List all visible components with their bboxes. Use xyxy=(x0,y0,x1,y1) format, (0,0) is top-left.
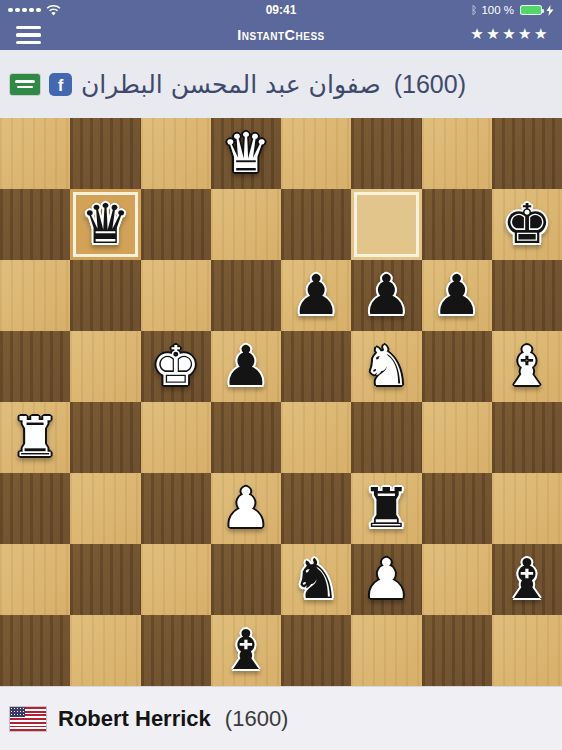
square-f5[interactable]: ♞ xyxy=(351,331,421,402)
app-title: InstantChess xyxy=(237,27,325,43)
square-b8[interactable] xyxy=(70,118,140,189)
square-e3[interactable] xyxy=(281,473,351,544)
black-pawn-f6[interactable]: ♟ xyxy=(362,260,411,331)
united-states-flag-icon xyxy=(10,707,46,731)
square-d7[interactable] xyxy=(211,189,281,260)
square-e2[interactable]: ♞ xyxy=(281,544,351,615)
instantchess-app: 09:41 ᛒ 100 % InstantChess ★★★★★ f صفوان… xyxy=(0,0,562,750)
player-name: Robert Herrick xyxy=(58,706,211,732)
square-b6[interactable] xyxy=(70,260,140,331)
square-c5[interactable]: ♚ xyxy=(141,331,211,402)
square-a4[interactable]: ♜ xyxy=(0,402,70,473)
square-g7[interactable] xyxy=(422,189,492,260)
status-bar: 09:41 ᛒ 100 % xyxy=(0,0,562,20)
square-a7[interactable] xyxy=(0,189,70,260)
opponent-rating: (1600) xyxy=(394,70,466,99)
black-king-h7[interactable]: ♚ xyxy=(502,189,551,260)
bluetooth-icon: ᛒ xyxy=(471,4,478,17)
square-a5[interactable] xyxy=(0,331,70,402)
square-d5[interactable]: ♟ xyxy=(211,331,281,402)
square-f6[interactable]: ♟ xyxy=(351,260,421,331)
white-pawn-d3[interactable]: ♟ xyxy=(221,473,270,544)
square-f7[interactable] xyxy=(351,189,421,260)
cell-signal-icon xyxy=(8,8,41,13)
square-g4[interactable] xyxy=(422,402,492,473)
square-e8[interactable] xyxy=(281,118,351,189)
white-rook-a4[interactable]: ♜ xyxy=(10,402,59,473)
square-h2[interactable]: ♝ xyxy=(492,544,562,615)
square-h7[interactable]: ♚ xyxy=(492,189,562,260)
square-h6[interactable] xyxy=(492,260,562,331)
square-b1[interactable] xyxy=(70,615,140,686)
square-h4[interactable] xyxy=(492,402,562,473)
square-e7[interactable] xyxy=(281,189,351,260)
player-rating: (1600) xyxy=(225,706,289,732)
square-h8[interactable] xyxy=(492,118,562,189)
facebook-icon[interactable]: f xyxy=(49,73,72,96)
black-queen-b7[interactable]: ♛ xyxy=(81,189,130,260)
square-d4[interactable] xyxy=(211,402,281,473)
black-pawn-e6[interactable]: ♟ xyxy=(291,260,340,331)
square-b2[interactable] xyxy=(70,544,140,615)
square-e5[interactable] xyxy=(281,331,351,402)
square-a1[interactable] xyxy=(0,615,70,686)
white-queen-d8[interactable]: ♛ xyxy=(221,118,270,189)
wifi-icon xyxy=(46,5,61,16)
square-b4[interactable] xyxy=(70,402,140,473)
square-h5[interactable]: ♝ xyxy=(492,331,562,402)
square-c2[interactable] xyxy=(141,544,211,615)
opponent-info-bar: f صفوان عبد المحسن البطران (1600) xyxy=(0,50,562,118)
square-f1[interactable] xyxy=(351,615,421,686)
white-king-c5[interactable]: ♚ xyxy=(151,331,200,402)
square-g3[interactable] xyxy=(422,473,492,544)
square-d1[interactable]: ♝ xyxy=(211,615,281,686)
white-bishop-h5[interactable]: ♝ xyxy=(502,331,551,402)
battery-percent-label: 100 % xyxy=(481,4,514,16)
opponent-name: صفوان عبد المحسن البطران xyxy=(81,70,381,99)
square-a6[interactable] xyxy=(0,260,70,331)
rating-stars-button[interactable]: ★★★★★ xyxy=(470,25,550,43)
square-c8[interactable] xyxy=(141,118,211,189)
square-d3[interactable]: ♟ xyxy=(211,473,281,544)
menu-button[interactable] xyxy=(16,26,41,45)
square-d6[interactable] xyxy=(211,260,281,331)
player-info-bar: Robert Herrick (1600) xyxy=(0,686,562,750)
black-rook-f3[interactable]: ♜ xyxy=(362,473,411,544)
white-knight-f5[interactable]: ♞ xyxy=(362,331,411,402)
nav-bar: InstantChess ★★★★★ xyxy=(0,20,562,50)
square-c7[interactable] xyxy=(141,189,211,260)
square-b7[interactable]: ♛ xyxy=(70,189,140,260)
square-g1[interactable] xyxy=(422,615,492,686)
square-c3[interactable] xyxy=(141,473,211,544)
square-b3[interactable] xyxy=(70,473,140,544)
square-a3[interactable] xyxy=(0,473,70,544)
square-c1[interactable] xyxy=(141,615,211,686)
black-bishop-d1[interactable]: ♝ xyxy=(221,615,270,686)
square-g8[interactable] xyxy=(422,118,492,189)
chess-board: ♛♛♚♟♟♟♚♟♞♝♜♟♜♞♟♝♝ xyxy=(0,118,562,686)
square-a2[interactable] xyxy=(0,544,70,615)
square-c6[interactable] xyxy=(141,260,211,331)
black-knight-e2[interactable]: ♞ xyxy=(291,544,340,615)
saudi-arabia-flag-icon xyxy=(10,74,40,95)
square-e1[interactable] xyxy=(281,615,351,686)
square-f3[interactable]: ♜ xyxy=(351,473,421,544)
square-g2[interactable] xyxy=(422,544,492,615)
square-e4[interactable] xyxy=(281,402,351,473)
square-d2[interactable] xyxy=(211,544,281,615)
square-b5[interactable] xyxy=(70,331,140,402)
black-pawn-g6[interactable]: ♟ xyxy=(432,260,481,331)
square-h1[interactable] xyxy=(492,615,562,686)
square-f8[interactable] xyxy=(351,118,421,189)
square-g5[interactable] xyxy=(422,331,492,402)
square-h3[interactable] xyxy=(492,473,562,544)
square-e6[interactable]: ♟ xyxy=(281,260,351,331)
square-g6[interactable]: ♟ xyxy=(422,260,492,331)
charging-bolt-icon xyxy=(546,5,554,16)
battery-icon xyxy=(520,5,542,15)
clock-time: 09:41 xyxy=(266,3,297,17)
white-pawn-f2[interactable]: ♟ xyxy=(362,544,411,615)
black-bishop-h2[interactable]: ♝ xyxy=(502,544,551,615)
square-d8[interactable]: ♛ xyxy=(211,118,281,189)
square-f4[interactable] xyxy=(351,402,421,473)
square-f2[interactable]: ♟ xyxy=(351,544,421,615)
black-pawn-d5[interactable]: ♟ xyxy=(221,331,270,402)
square-c4[interactable] xyxy=(141,402,211,473)
square-a8[interactable] xyxy=(0,118,70,189)
